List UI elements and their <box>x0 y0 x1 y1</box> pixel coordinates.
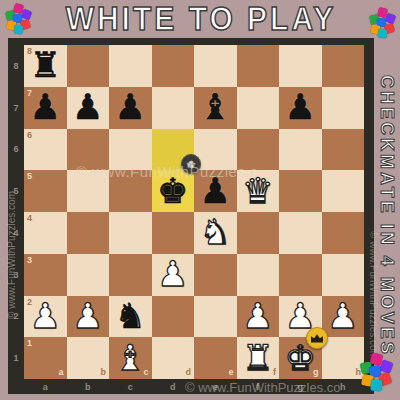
square-a1[interactable]: 1a <box>24 337 67 379</box>
square-e3[interactable] <box>194 254 237 296</box>
square-g3[interactable] <box>279 254 322 296</box>
square-g7[interactable]: ♟ <box>279 87 322 129</box>
white-rook[interactable]: ♜ <box>242 341 273 376</box>
black-pawn[interactable]: ♟ <box>200 174 231 209</box>
square-f8[interactable] <box>237 45 280 87</box>
black-knight[interactable]: ♞ <box>115 299 146 334</box>
white-knight[interactable]: ♞ <box>200 215 231 250</box>
square-e4[interactable]: ♞ <box>194 212 237 254</box>
page-title: WHITE TO PLAY <box>28 0 374 38</box>
frame-file-label-e: e <box>194 379 237 394</box>
frame-rank-label-4: 4 <box>8 212 24 254</box>
white-pawn[interactable]: ♟ <box>242 299 273 334</box>
square-rank-label: 6 <box>27 131 32 140</box>
square-a6[interactable]: 6 <box>24 129 67 171</box>
square-a8[interactable]: 8♜ <box>24 45 67 87</box>
square-d4[interactable] <box>152 212 195 254</box>
square-b5[interactable] <box>67 170 110 212</box>
frame-rank-label-5: 5 <box>8 170 24 212</box>
black-bishop[interactable]: ♝ <box>200 90 231 125</box>
square-d5[interactable]: ♚ <box>152 170 195 212</box>
side-caption-text: CHECKMATE IN 4 MOVES <box>376 75 397 357</box>
square-e8[interactable] <box>194 45 237 87</box>
square-a4[interactable]: 4 <box>24 212 67 254</box>
square-c8[interactable] <box>109 45 152 87</box>
square-h5[interactable] <box>322 170 365 212</box>
square-rank-label: 1 <box>27 339 32 348</box>
white-queen[interactable]: ♛ <box>242 174 273 209</box>
white-pawn[interactable]: ♟ <box>157 257 188 292</box>
square-g4[interactable] <box>279 212 322 254</box>
square-g8[interactable] <box>279 45 322 87</box>
square-file-label: f <box>273 368 276 377</box>
square-file-label: a <box>58 368 63 377</box>
square-f7[interactable] <box>237 87 280 129</box>
square-c3[interactable] <box>109 254 152 296</box>
square-b4[interactable] <box>67 212 110 254</box>
winner-crown-badge <box>306 327 328 349</box>
black-pawn[interactable]: ♟ <box>72 90 103 125</box>
frame-rank-label-6: 6 <box>8 129 24 171</box>
black-king[interactable]: ♚ <box>157 174 188 209</box>
square-f6[interactable] <box>237 129 280 171</box>
square-h4[interactable] <box>322 212 365 254</box>
square-b3[interactable] <box>67 254 110 296</box>
square-g5[interactable] <box>279 170 322 212</box>
black-pawn[interactable]: ♟ <box>30 90 61 125</box>
puzzle-pieces-logo <box>358 352 396 390</box>
black-pawn[interactable]: ♟ <box>115 90 146 125</box>
square-h3[interactable] <box>322 254 365 296</box>
square-f2[interactable]: ♟ <box>237 296 280 338</box>
frame-rank-label-1: 1 <box>8 337 24 379</box>
square-h8[interactable] <box>322 45 365 87</box>
square-e5[interactable]: ♟ <box>194 170 237 212</box>
square-d2[interactable] <box>152 296 195 338</box>
white-pawn[interactable]: ♟ <box>30 299 61 334</box>
white-bishop[interactable]: ♝ <box>115 341 146 376</box>
square-c5[interactable] <box>109 170 152 212</box>
square-d1[interactable]: d <box>152 337 195 379</box>
square-a3[interactable]: 3 <box>24 254 67 296</box>
frame-rank-label-7: 7 <box>8 87 24 129</box>
square-a2[interactable]: 2♟ <box>24 296 67 338</box>
square-g6[interactable] <box>279 129 322 171</box>
square-b2[interactable]: ♟ <box>67 296 110 338</box>
square-e7[interactable]: ♝ <box>194 87 237 129</box>
file-labels: abcdefgh <box>24 379 364 394</box>
puzzle-pieces-logo <box>368 7 398 37</box>
square-e1[interactable]: e <box>194 337 237 379</box>
square-b8[interactable] <box>67 45 110 87</box>
square-d8[interactable] <box>152 45 195 87</box>
frame-rank-label-8: 8 <box>8 45 24 87</box>
square-d3[interactable]: ♟ <box>152 254 195 296</box>
black-pawn[interactable]: ♟ <box>285 90 316 125</box>
chess-board-frame: ♚ 8♜7♟♟♟♝♟65♚♟♛4♞3♟2♟♟♞♟♟♟1abc♝def♜g♚h <box>8 38 374 394</box>
square-b6[interactable] <box>67 129 110 171</box>
checkmated-king-badge: ♚ <box>181 154 201 174</box>
white-pawn[interactable]: ♟ <box>327 299 358 334</box>
square-f4[interactable] <box>237 212 280 254</box>
black-rook[interactable]: ♜ <box>30 48 61 83</box>
chess-board: ♚ 8♜7♟♟♟♝♟65♚♟♛4♞3♟2♟♟♞♟♟♟1abc♝def♜g♚h <box>24 45 364 379</box>
square-a5[interactable]: 5 <box>24 170 67 212</box>
square-b1[interactable]: b <box>67 337 110 379</box>
square-h7[interactable] <box>322 87 365 129</box>
frame-rank-label-2: 2 <box>8 296 24 338</box>
square-file-label: e <box>228 368 233 377</box>
square-c4[interactable] <box>109 212 152 254</box>
white-pawn[interactable]: ♟ <box>72 299 103 334</box>
square-c7[interactable]: ♟ <box>109 87 152 129</box>
square-d7[interactable] <box>152 87 195 129</box>
square-c1[interactable]: c♝ <box>109 337 152 379</box>
frame-file-label-c: c <box>109 379 152 394</box>
frame-file-label-d: d <box>152 379 195 394</box>
square-rank-label: 3 <box>27 256 32 265</box>
square-f1[interactable]: f♜ <box>237 337 280 379</box>
square-c6[interactable] <box>109 129 152 171</box>
square-a7[interactable]: 7♟ <box>24 87 67 129</box>
square-rank-label: 5 <box>27 172 32 181</box>
square-c2[interactable]: ♞ <box>109 296 152 338</box>
square-f5[interactable]: ♛ <box>237 170 280 212</box>
square-b7[interactable]: ♟ <box>67 87 110 129</box>
square-file-label: d <box>186 368 192 377</box>
crown-icon <box>311 334 323 343</box>
square-file-label: b <box>101 368 107 377</box>
frame-file-label-b: b <box>67 379 110 394</box>
square-e2[interactable] <box>194 296 237 338</box>
fallen-king-icon: ♚ <box>185 158 198 170</box>
frame-file-label-f: f <box>237 379 280 394</box>
square-rank-label: 4 <box>27 214 32 223</box>
rank-labels: 87654321 <box>8 45 24 379</box>
puzzle-pieces-logo <box>4 3 34 33</box>
square-f3[interactable] <box>237 254 280 296</box>
title-text: WHITE TO PLAY <box>66 0 337 38</box>
side-caption: CHECKMATE IN 4 MOVES <box>373 38 400 394</box>
square-h6[interactable] <box>322 129 365 171</box>
frame-rank-label-3: 3 <box>8 254 24 296</box>
square-h2[interactable]: ♟ <box>322 296 365 338</box>
frame-file-label-g: g <box>279 379 322 394</box>
frame-file-label-a: a <box>24 379 67 394</box>
